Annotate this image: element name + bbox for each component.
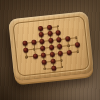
peg-r1c3[interactable]: [38, 25, 43, 30]
peg-r3c6[interactable]: [65, 36, 70, 41]
peg-r6c4[interactable]: [50, 58, 55, 63]
peg-r7c4[interactable]: [51, 65, 56, 70]
hole-r7c3[interactable]: [44, 67, 47, 70]
table-surface: [0, 0, 100, 100]
peg-r5c6[interactable]: [67, 50, 72, 55]
peg-r3c5[interactable]: [57, 37, 62, 42]
peg-r2c5[interactable]: [56, 30, 61, 35]
peg-grid: [8, 11, 94, 81]
hole-r6c5[interactable]: [60, 59, 63, 62]
peg-r5c2[interactable]: [32, 53, 37, 58]
peg-r4c4[interactable]: [49, 45, 54, 50]
peg-r5c3[interactable]: [41, 52, 46, 57]
peg-r4c1[interactable]: [23, 47, 28, 52]
hole-r4c6[interactable]: [67, 44, 70, 47]
hole-r3c7[interactable]: [75, 37, 78, 40]
peg-r3c3[interactable]: [39, 39, 44, 44]
hole-r5c1[interactable]: [25, 56, 28, 59]
peg-r2c4[interactable]: [47, 31, 52, 36]
peg-r3c1[interactable]: [22, 41, 27, 46]
peg-r3c4[interactable]: [48, 38, 53, 43]
peg-r1c4[interactable]: [47, 24, 52, 29]
peg-r4c7[interactable]: [74, 42, 79, 47]
peg-r4c5[interactable]: [57, 44, 62, 49]
peg-r4c3[interactable]: [40, 46, 45, 51]
peg-r6c3[interactable]: [42, 59, 47, 64]
peg-r3c2[interactable]: [31, 40, 36, 45]
hole-r7c5[interactable]: [61, 66, 64, 69]
peg-r5c4[interactable]: [49, 52, 54, 57]
peg-r2c3[interactable]: [39, 32, 44, 37]
peg-r5c5[interactable]: [58, 51, 63, 56]
solitaire-board: [8, 11, 94, 81]
hole-r5c7[interactable]: [76, 50, 79, 53]
